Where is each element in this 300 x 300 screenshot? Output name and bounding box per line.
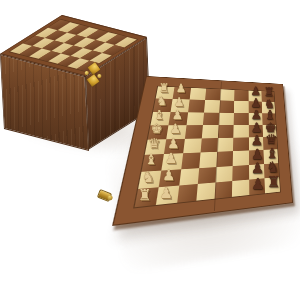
board-square [203, 112, 220, 125]
board-square [262, 113, 276, 125]
clasp-ornament-icon [97, 74, 102, 79]
board-square [198, 167, 217, 184]
board-square [166, 125, 186, 139]
board-square [177, 184, 198, 203]
board-square [184, 125, 202, 139]
board-square [156, 86, 175, 99]
board-square [262, 125, 276, 137]
board-square [264, 163, 279, 178]
board-square [196, 182, 215, 200]
board-square [248, 91, 261, 102]
board-square [188, 100, 205, 113]
board-square [181, 153, 201, 169]
board-square [249, 164, 265, 180]
board-square [153, 99, 173, 112]
product-photo-scene: ♜♟♟♜♞♟♟♞♝♟♟♝♚♟♟♚♛♟♟♛♝♟♟♝♞♟♟♞♜♟♟♜ [0, 0, 300, 300]
board-square [200, 138, 218, 153]
board-square [164, 139, 184, 154]
board-square [183, 138, 202, 153]
board-square [218, 125, 234, 138]
board-square [249, 178, 265, 195]
board-square [262, 102, 276, 113]
board-square [145, 139, 167, 155]
board-square [189, 88, 206, 100]
board-square [162, 153, 183, 170]
board-square [173, 87, 191, 99]
board-square [248, 137, 263, 151]
board-square [202, 125, 219, 139]
board-square [220, 89, 235, 101]
board-clasp-knob-icon [97, 189, 112, 202]
board-square [171, 99, 189, 112]
board-square [186, 112, 204, 125]
board-square [219, 101, 234, 113]
board-square [204, 100, 220, 112]
board-square [264, 177, 280, 193]
board-square [156, 185, 179, 205]
board-square [216, 151, 233, 166]
board-square [263, 149, 278, 163]
board-square [233, 151, 249, 166]
board-square [179, 168, 199, 186]
board-square [217, 138, 233, 152]
board-square [234, 125, 249, 138]
board-square [205, 89, 221, 101]
board-square [219, 112, 235, 124]
board-square [261, 91, 274, 102]
board-square [169, 112, 188, 125]
board-square [232, 179, 249, 196]
board-grid [133, 86, 281, 209]
board-square [263, 137, 278, 150]
board-square [215, 181, 233, 199]
board-square [234, 101, 248, 113]
board-square [199, 152, 217, 168]
board-square [248, 101, 262, 113]
clasp-ornament-icon [84, 71, 89, 76]
board-square [234, 90, 248, 101]
board-square [148, 125, 169, 140]
board-square [215, 166, 232, 183]
board-square [249, 150, 264, 165]
board-square [248, 125, 262, 138]
board-square [248, 113, 262, 125]
board-square [233, 137, 248, 151]
board-square [233, 165, 249, 181]
board-square [234, 113, 249, 125]
board-square [150, 112, 170, 126]
board-square [159, 169, 181, 187]
